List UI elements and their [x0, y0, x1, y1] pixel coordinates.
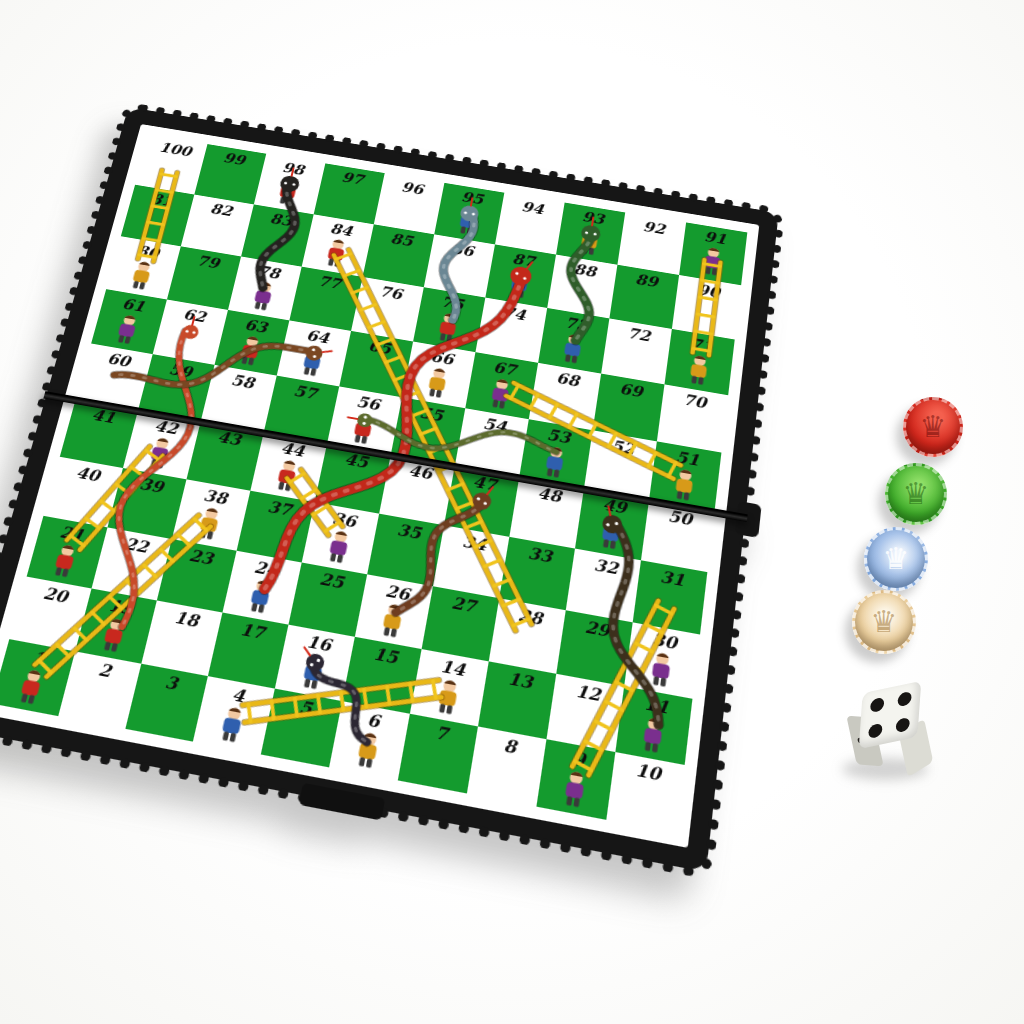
product-photo-scene: 1009998979695949392918182838485868788899… [0, 0, 1024, 1024]
die-pip [868, 723, 883, 739]
crown-emboss-icon: ♛ [871, 607, 898, 637]
die-pip [895, 717, 910, 733]
die-showing-four [850, 686, 934, 778]
token-cream: ♛ [852, 590, 916, 654]
die-pip [897, 691, 912, 707]
snakes-and-ladders-overlay [0, 135, 747, 834]
board-margin: 1009998979695949392918182838485868788899… [0, 124, 759, 848]
token-blue: ♛ [864, 527, 928, 591]
snakes-and-ladders-board: 1009998979695949392918182838485868788899… [0, 107, 779, 872]
token-red: ♛ [903, 397, 963, 457]
token-green: ♛ [885, 463, 947, 525]
crown-emboss-icon: ♛ [903, 479, 930, 509]
crown-emboss-icon: ♛ [883, 544, 910, 574]
crown-emboss-icon: ♛ [920, 412, 947, 442]
board-frame: 1009998979695949392918182838485868788899… [0, 107, 779, 872]
board-latch [298, 783, 385, 821]
die-pip [870, 697, 885, 713]
